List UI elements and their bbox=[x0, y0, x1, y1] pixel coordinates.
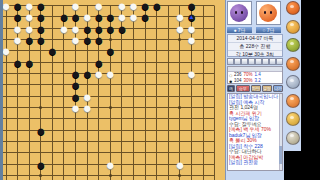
board-cell[interactable] bbox=[81, 136, 93, 147]
panel-icon-2[interactable] bbox=[286, 20, 300, 34]
board-cell[interactable] bbox=[197, 57, 209, 68]
board-cell[interactable] bbox=[209, 102, 221, 113]
board-cell[interactable]: ● bbox=[174, 23, 186, 34]
board-cell[interactable] bbox=[128, 159, 140, 170]
board-cell[interactable]: ● bbox=[81, 34, 93, 45]
board-cell[interactable] bbox=[105, 79, 117, 90]
board-cell[interactable] bbox=[47, 23, 59, 34]
board-cell[interactable] bbox=[47, 0, 59, 11]
board-cell[interactable]: ● bbox=[3, 45, 12, 56]
board-cell[interactable] bbox=[209, 147, 221, 158]
board-cell[interactable] bbox=[209, 159, 221, 170]
board-cell[interactable] bbox=[128, 34, 140, 45]
board-cell[interactable] bbox=[174, 91, 186, 102]
board-cell[interactable] bbox=[174, 113, 186, 124]
board-cell[interactable] bbox=[139, 79, 151, 90]
board-cell[interactable] bbox=[35, 57, 47, 68]
board-cell[interactable] bbox=[209, 68, 221, 79]
white-stone: ● bbox=[105, 159, 117, 170]
board-cell[interactable]: ● bbox=[3, 0, 12, 11]
board-cell[interactable] bbox=[70, 159, 82, 170]
board-cell[interactable] bbox=[47, 91, 59, 102]
board-cell[interactable] bbox=[139, 91, 151, 102]
black-stone: ● bbox=[23, 34, 35, 45]
board-cell[interactable] bbox=[186, 79, 198, 90]
board-cell[interactable] bbox=[163, 68, 175, 79]
board-cell[interactable] bbox=[47, 125, 59, 136]
board-cell[interactable] bbox=[197, 102, 209, 113]
board-cell[interactable] bbox=[128, 23, 140, 34]
board-cell[interactable] bbox=[186, 147, 198, 158]
board-cell[interactable] bbox=[81, 125, 93, 136]
board-cell[interactable] bbox=[139, 68, 151, 79]
board-cell[interactable] bbox=[209, 0, 221, 11]
board-cell[interactable] bbox=[163, 170, 175, 180]
board-cell[interactable] bbox=[105, 91, 117, 102]
board-cell[interactable] bbox=[81, 45, 93, 56]
board-cell[interactable] bbox=[35, 136, 47, 147]
board-cell[interactable] bbox=[186, 113, 198, 124]
board-cell[interactable]: ● bbox=[81, 102, 93, 113]
board-cell[interactable] bbox=[197, 0, 209, 11]
board-cell[interactable] bbox=[209, 34, 221, 45]
chat-message: [알림] 관전중 bbox=[228, 160, 282, 166]
board-cell[interactable] bbox=[163, 23, 175, 34]
board-cell[interactable] bbox=[151, 113, 163, 124]
board-cell[interactable] bbox=[139, 102, 151, 113]
action-button[interactable]: 승부 bbox=[236, 85, 250, 92]
board-cell[interactable] bbox=[93, 170, 105, 180]
board-cell[interactable] bbox=[12, 113, 24, 124]
chat-scrollbar[interactable] bbox=[279, 94, 283, 170]
board-cell[interactable] bbox=[93, 79, 105, 90]
board-cell[interactable] bbox=[197, 136, 209, 147]
board-cell[interactable] bbox=[151, 68, 163, 79]
board-cell[interactable] bbox=[12, 159, 24, 170]
black-player-avatar bbox=[227, 1, 252, 25]
board-cell[interactable] bbox=[163, 34, 175, 45]
board-cell[interactable] bbox=[12, 79, 24, 90]
white-stone: ● bbox=[105, 68, 117, 79]
board-cell[interactable] bbox=[23, 79, 35, 90]
board-cell[interactable] bbox=[70, 45, 82, 56]
board-cell[interactable] bbox=[3, 68, 12, 79]
board-cell[interactable] bbox=[3, 159, 12, 170]
board-cell[interactable] bbox=[209, 136, 221, 147]
board-cell[interactable]: ● bbox=[23, 34, 35, 45]
board-cell[interactable] bbox=[3, 79, 12, 90]
game-info-box: 2014-04-07 바둑총 228수 진행각 10분 30초 3회 bbox=[227, 34, 283, 57]
board-cell[interactable]: ● bbox=[174, 159, 186, 170]
board-cell[interactable] bbox=[209, 91, 221, 102]
board-cell[interactable] bbox=[163, 11, 175, 22]
board-cell[interactable] bbox=[209, 79, 221, 90]
board-cell[interactable] bbox=[128, 136, 140, 147]
board-cell[interactable] bbox=[197, 79, 209, 90]
board-cell[interactable] bbox=[151, 34, 163, 45]
board-cell[interactable] bbox=[12, 170, 24, 180]
board-cell[interactable] bbox=[70, 170, 82, 180]
board-cell[interactable] bbox=[23, 68, 35, 79]
board-cell[interactable] bbox=[70, 113, 82, 124]
board-cell[interactable] bbox=[209, 170, 221, 180]
board-cell[interactable] bbox=[128, 45, 140, 56]
board-cell[interactable] bbox=[116, 57, 128, 68]
board-cell[interactable] bbox=[58, 45, 70, 56]
mini-toolbar-button[interactable] bbox=[255, 58, 262, 65]
board-cell[interactable] bbox=[93, 159, 105, 170]
board-cell[interactable] bbox=[139, 125, 151, 136]
board-cell[interactable] bbox=[197, 113, 209, 124]
board-cell[interactable] bbox=[116, 136, 128, 147]
action-button[interactable]: 설정 bbox=[262, 85, 272, 92]
board-cell[interactable] bbox=[105, 136, 117, 147]
board-cell[interactable] bbox=[186, 136, 198, 147]
board-cell[interactable] bbox=[163, 136, 175, 147]
board-cell[interactable] bbox=[174, 102, 186, 113]
board-cell[interactable] bbox=[81, 113, 93, 124]
board-cell[interactable] bbox=[128, 102, 140, 113]
board-cell[interactable] bbox=[12, 102, 24, 113]
board-cell[interactable] bbox=[58, 102, 70, 113]
mini-toolbar-button[interactable] bbox=[234, 58, 241, 65]
white-stone: ● bbox=[12, 34, 24, 45]
board-cell[interactable] bbox=[139, 147, 151, 158]
board-cell[interactable] bbox=[58, 91, 70, 102]
white-stone: ● bbox=[174, 159, 186, 170]
white-stone: ● bbox=[93, 68, 105, 79]
board-cell[interactable] bbox=[3, 147, 12, 158]
board-cell[interactable] bbox=[58, 79, 70, 90]
go-board[interactable]: ●●●●●●●●●●●●●●●●●●●●●●●●▲●●●●●●●●●●●●●●●… bbox=[3, 0, 226, 180]
board-cell[interactable] bbox=[197, 68, 209, 79]
panel-icon-4[interactable] bbox=[286, 57, 300, 71]
board-cell[interactable] bbox=[3, 102, 12, 113]
black-stone-icon: ● bbox=[229, 78, 232, 84]
board-cell[interactable] bbox=[116, 45, 128, 56]
white-stone: ● bbox=[186, 68, 198, 79]
board-cell[interactable] bbox=[47, 170, 59, 180]
board-cell[interactable] bbox=[93, 125, 105, 136]
board-cell[interactable] bbox=[3, 136, 12, 147]
board-cell[interactable] bbox=[70, 147, 82, 158]
white-stone: ● bbox=[81, 102, 93, 113]
board-cell[interactable] bbox=[12, 125, 24, 136]
board-cell[interactable] bbox=[174, 136, 186, 147]
board-cell[interactable] bbox=[12, 68, 24, 79]
board-cell[interactable] bbox=[139, 159, 151, 170]
board-cell[interactable]: ● bbox=[35, 34, 47, 45]
board-cell[interactable] bbox=[23, 170, 35, 180]
board-cell[interactable] bbox=[47, 68, 59, 79]
board-cell[interactable] bbox=[163, 102, 175, 113]
board-cell[interactable] bbox=[186, 91, 198, 102]
board-cell[interactable]: ● bbox=[105, 23, 117, 34]
board-cell[interactable] bbox=[3, 11, 12, 22]
board-cell[interactable] bbox=[93, 91, 105, 102]
board-cell[interactable] bbox=[116, 102, 128, 113]
board-cell[interactable] bbox=[23, 91, 35, 102]
board-cell[interactable] bbox=[209, 11, 221, 22]
board-cell[interactable] bbox=[197, 147, 209, 158]
white-player-avatar-image bbox=[259, 4, 277, 22]
board-cell[interactable] bbox=[12, 91, 24, 102]
board-cell[interactable] bbox=[81, 170, 93, 180]
board-cell[interactable] bbox=[3, 113, 12, 124]
panel-icon-7[interactable] bbox=[286, 112, 300, 126]
board-cell[interactable] bbox=[105, 125, 117, 136]
board-cell[interactable] bbox=[116, 113, 128, 124]
board-cell[interactable]: ● bbox=[12, 57, 24, 68]
action-button[interactable]: 나가 bbox=[273, 85, 283, 92]
board-cell[interactable] bbox=[174, 125, 186, 136]
board-cell[interactable] bbox=[3, 170, 12, 180]
board-cell[interactable] bbox=[128, 170, 140, 180]
board-cell[interactable] bbox=[139, 34, 151, 45]
board-cell[interactable] bbox=[3, 91, 12, 102]
board-cell[interactable] bbox=[163, 57, 175, 68]
board-cell[interactable] bbox=[58, 170, 70, 180]
board-cell[interactable]: ● bbox=[81, 68, 93, 79]
board-cell[interactable] bbox=[139, 113, 151, 124]
board-cell[interactable] bbox=[151, 136, 163, 147]
board-cell[interactable] bbox=[163, 79, 175, 90]
board-cell[interactable] bbox=[209, 125, 221, 136]
board-cell[interactable] bbox=[23, 136, 35, 147]
board-cell[interactable] bbox=[197, 170, 209, 180]
board-cell[interactable]: ● bbox=[70, 34, 82, 45]
panel-icon-5[interactable] bbox=[286, 75, 300, 89]
panel-icon-3[interactable] bbox=[286, 38, 300, 52]
board-cell[interactable] bbox=[116, 170, 128, 180]
board-cell[interactable]: ● bbox=[105, 45, 117, 56]
board-cell[interactable] bbox=[209, 113, 221, 124]
board-cell[interactable] bbox=[163, 91, 175, 102]
board-cell[interactable] bbox=[197, 159, 209, 170]
board-cell[interactable] bbox=[116, 34, 128, 45]
board-cell[interactable] bbox=[105, 113, 117, 124]
board-cell[interactable] bbox=[47, 113, 59, 124]
mini-toolbar-button[interactable] bbox=[241, 58, 248, 65]
board-cell[interactable] bbox=[151, 102, 163, 113]
board-cell[interactable] bbox=[151, 79, 163, 90]
board-cell[interactable] bbox=[23, 102, 35, 113]
action-button[interactable]: 예 bbox=[227, 85, 235, 92]
board-cell[interactable] bbox=[174, 57, 186, 68]
board-cell[interactable]: ● bbox=[70, 102, 82, 113]
board-cell[interactable]: ● bbox=[105, 68, 117, 79]
board-cell[interactable] bbox=[139, 136, 151, 147]
board-cell[interactable] bbox=[58, 125, 70, 136]
panel-icon-1[interactable] bbox=[286, 1, 300, 15]
board-cell[interactable] bbox=[47, 79, 59, 90]
board-cell[interactable] bbox=[105, 170, 117, 180]
black-stone: ● bbox=[81, 34, 93, 45]
board-cell[interactable] bbox=[186, 125, 198, 136]
board-cell[interactable] bbox=[139, 23, 151, 34]
board-cell[interactable] bbox=[35, 79, 47, 90]
board-cell[interactable] bbox=[105, 102, 117, 113]
board-cell[interactable] bbox=[174, 34, 186, 45]
board-cell[interactable] bbox=[116, 91, 128, 102]
chat-log[interactable]: [알림] 방송대국입니다[알림] 예측 시작관전 1,024명흑 시간패 위기t… bbox=[227, 93, 283, 171]
board-cell[interactable] bbox=[93, 113, 105, 124]
panel-icon-6[interactable] bbox=[286, 94, 300, 108]
board-cell[interactable] bbox=[47, 159, 59, 170]
board-cell[interactable] bbox=[116, 125, 128, 136]
board-cell[interactable] bbox=[163, 45, 175, 56]
board-cell[interactable] bbox=[151, 147, 163, 158]
board-cell[interactable] bbox=[128, 79, 140, 90]
mini-toolbar-button[interactable] bbox=[248, 58, 255, 65]
mini-toolbar-button[interactable] bbox=[269, 58, 276, 65]
board-cell[interactable] bbox=[197, 125, 209, 136]
board-cell[interactable] bbox=[58, 159, 70, 170]
board-cell[interactable] bbox=[3, 57, 12, 68]
white-stone: ● bbox=[3, 45, 12, 56]
board-cell[interactable]: ● bbox=[105, 159, 117, 170]
board-cell[interactable] bbox=[128, 113, 140, 124]
board-cell[interactable] bbox=[58, 113, 70, 124]
mini-toolbar-button[interactable] bbox=[276, 58, 283, 65]
white-stone: ● bbox=[3, 0, 12, 11]
board-cell[interactable] bbox=[70, 136, 82, 147]
board-cell[interactable] bbox=[151, 23, 163, 34]
board-cell[interactable] bbox=[174, 45, 186, 56]
board-cell[interactable] bbox=[3, 125, 12, 136]
board-cell[interactable] bbox=[35, 170, 47, 180]
board-cell[interactable] bbox=[163, 147, 175, 158]
board-cell[interactable] bbox=[116, 147, 128, 158]
chat-scrollbar-thumb[interactable] bbox=[279, 146, 282, 164]
board-cell[interactable] bbox=[35, 102, 47, 113]
board-cell[interactable] bbox=[186, 102, 198, 113]
board-cell[interactable] bbox=[128, 68, 140, 79]
board-cell[interactable]: ● bbox=[35, 159, 47, 170]
board-cell[interactable] bbox=[23, 147, 35, 158]
action-button[interactable]: 차단 bbox=[251, 85, 261, 92]
board-cell[interactable] bbox=[186, 45, 198, 56]
board-cell[interactable] bbox=[116, 159, 128, 170]
board-cell[interactable] bbox=[151, 170, 163, 180]
black-stone: ● bbox=[81, 68, 93, 79]
board-cell[interactable] bbox=[186, 159, 198, 170]
board-cell[interactable] bbox=[197, 91, 209, 102]
board-cell[interactable] bbox=[174, 79, 186, 90]
board-cell[interactable] bbox=[35, 91, 47, 102]
board-cell[interactable] bbox=[151, 91, 163, 102]
board-cell[interactable]: ● bbox=[23, 57, 35, 68]
board-cell[interactable] bbox=[151, 57, 163, 68]
board-cell[interactable] bbox=[128, 147, 140, 158]
board-cell[interactable] bbox=[47, 136, 59, 147]
board-cell[interactable]: ● bbox=[151, 0, 163, 11]
board-cell[interactable]: ● bbox=[58, 23, 70, 34]
board-cell[interactable]: ● bbox=[128, 11, 140, 22]
board-cell[interactable] bbox=[93, 136, 105, 147]
board-cell[interactable] bbox=[174, 170, 186, 180]
board-cell[interactable] bbox=[209, 57, 221, 68]
board-cell[interactable] bbox=[23, 159, 35, 170]
board-cell[interactable] bbox=[128, 57, 140, 68]
board-cell[interactable] bbox=[58, 57, 70, 68]
board-cell[interactable] bbox=[163, 159, 175, 170]
board-cell[interactable]: ● bbox=[186, 34, 198, 45]
board-cell[interactable] bbox=[12, 136, 24, 147]
board-cell[interactable] bbox=[116, 68, 128, 79]
board-cell[interactable] bbox=[197, 11, 209, 22]
board-cell[interactable]: ● bbox=[116, 23, 128, 34]
board-cell[interactable]: ● bbox=[139, 11, 151, 22]
board-cell[interactable]: ● bbox=[93, 34, 105, 45]
board-cell[interactable] bbox=[70, 125, 82, 136]
board-cell[interactable] bbox=[128, 125, 140, 136]
game-info-line: 2014-04-07 바둑 bbox=[228, 35, 282, 43]
board-cell[interactable]: ● bbox=[93, 68, 105, 79]
board-cell[interactable] bbox=[209, 45, 221, 56]
board-cell[interactable] bbox=[197, 45, 209, 56]
board-cell[interactable] bbox=[197, 34, 209, 45]
board-cell[interactable] bbox=[151, 159, 163, 170]
board-cell[interactable] bbox=[47, 57, 59, 68]
board-cell[interactable] bbox=[93, 147, 105, 158]
board-cell[interactable] bbox=[35, 68, 47, 79]
board-cell[interactable] bbox=[116, 79, 128, 90]
board-cell[interactable]: ● bbox=[47, 45, 59, 56]
board-cell[interactable] bbox=[81, 159, 93, 170]
board-cell[interactable] bbox=[163, 125, 175, 136]
board-cell[interactable] bbox=[139, 45, 151, 56]
board-cell[interactable] bbox=[209, 23, 221, 34]
board-cell[interactable] bbox=[139, 57, 151, 68]
board-cell[interactable] bbox=[139, 170, 151, 180]
board-cell[interactable] bbox=[81, 147, 93, 158]
board-cell[interactable] bbox=[35, 45, 47, 56]
board-cell[interactable]: ● bbox=[186, 68, 198, 79]
chat-lines: [알림] 방송대국입니다[알림] 예측 시작관전 1,024명흑 시간패 위기t… bbox=[228, 94, 282, 166]
board-cell[interactable] bbox=[197, 23, 209, 34]
board-cell[interactable] bbox=[93, 102, 105, 113]
board-cell[interactable] bbox=[58, 147, 70, 158]
mini-toolbar-button[interactable] bbox=[262, 58, 269, 65]
board-cell[interactable] bbox=[23, 113, 35, 124]
panel-icon-8[interactable] bbox=[286, 131, 300, 145]
board-cell[interactable] bbox=[47, 102, 59, 113]
board-cell[interactable] bbox=[151, 125, 163, 136]
board-cell[interactable] bbox=[3, 23, 12, 34]
board-cell[interactable] bbox=[23, 125, 35, 136]
board-cell[interactable] bbox=[174, 68, 186, 79]
board-cell[interactable] bbox=[58, 136, 70, 147]
black-stone: ● bbox=[93, 34, 105, 45]
board-cell[interactable] bbox=[186, 170, 198, 180]
board-cell[interactable] bbox=[47, 147, 59, 158]
board-cell[interactable] bbox=[47, 11, 59, 22]
black-stone: ● bbox=[35, 34, 47, 45]
board-cell[interactable] bbox=[58, 34, 70, 45]
black-stone: ● bbox=[116, 23, 128, 34]
board-cell[interactable] bbox=[151, 45, 163, 56]
board-cell[interactable] bbox=[163, 0, 175, 11]
board-cell[interactable] bbox=[12, 147, 24, 158]
board-cell[interactable] bbox=[58, 68, 70, 79]
board-cell[interactable]: ● bbox=[12, 34, 24, 45]
board-cell[interactable]: ● bbox=[35, 125, 47, 136]
board-cell[interactable] bbox=[128, 91, 140, 102]
mini-toolbar-button[interactable] bbox=[227, 58, 234, 65]
board-cell[interactable] bbox=[163, 113, 175, 124]
board-cell[interactable] bbox=[151, 11, 163, 22]
